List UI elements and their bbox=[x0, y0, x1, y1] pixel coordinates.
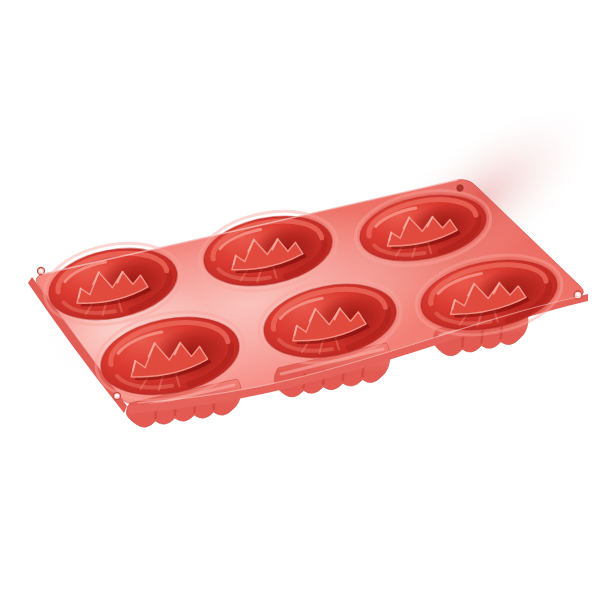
flute-groove bbox=[482, 330, 483, 343]
corner-hole-north bbox=[456, 184, 464, 192]
product-photo bbox=[0, 0, 600, 600]
hole-through-light bbox=[39, 269, 42, 272]
hole-through-light bbox=[115, 394, 118, 397]
hole-opening bbox=[456, 184, 464, 192]
silicone-mold-illustration bbox=[0, 0, 600, 600]
corner-hole-south bbox=[114, 393, 121, 400]
hole-through-light bbox=[576, 293, 580, 297]
